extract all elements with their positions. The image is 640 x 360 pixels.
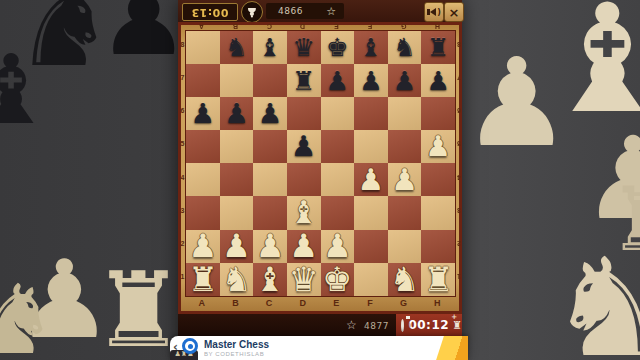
square-c1[interactable]: ♝ [253, 263, 287, 296]
piece-white-rook[interactable]: ♜ [188, 263, 218, 296]
square-f3[interactable] [354, 196, 388, 229]
piece-white-pawn[interactable]: ♟ [358, 165, 385, 195]
piece-black-pawn[interactable]: ♟ [393, 68, 416, 94]
square-f5[interactable] [354, 130, 388, 163]
square-b2[interactable]: ♟ [220, 230, 254, 263]
square-f8[interactable]: ♝ [354, 31, 388, 64]
player-timer-panel: 00:12 ♜ [396, 314, 462, 336]
rank-label-right: 2 [455, 240, 463, 247]
opponent-avatar: ♟ [241, 1, 263, 23]
square-g5[interactable] [388, 130, 422, 163]
rank-label-right: 7 [455, 74, 463, 81]
file-label-bottom: B [219, 298, 253, 310]
black-pawn-avatar-icon: ♟ [246, 5, 258, 20]
square-d3[interactable]: ♝ [287, 196, 321, 229]
game-title[interactable]: Master Chess [204, 339, 269, 350]
square-a3[interactable] [186, 196, 220, 229]
file-label-top: E [320, 23, 354, 31]
square-h5[interactable]: ♟ [421, 130, 455, 163]
opponent-timer: 00:13 [182, 3, 238, 21]
file-label-bottom: A [185, 298, 219, 310]
square-b5[interactable] [220, 130, 254, 163]
sound-button[interactable]: ) [424, 2, 444, 22]
square-b1[interactable]: ♞ [220, 263, 254, 296]
square-f1[interactable] [354, 263, 388, 296]
bg-black-pawn-icon: ♟ [98, 0, 189, 70]
rank-label-left: 8 [179, 41, 186, 48]
square-f2[interactable] [354, 230, 388, 263]
file-label-bottom: F [353, 298, 387, 310]
square-f6[interactable] [354, 97, 388, 130]
piece-white-pawn[interactable]: ♟ [222, 230, 251, 262]
square-h1[interactable]: ♜ [421, 263, 455, 296]
square-d7[interactable]: ♜ [287, 64, 321, 97]
square-h3[interactable] [421, 196, 455, 229]
square-g7[interactable]: ♟ [388, 64, 422, 97]
game-byline: BY CODETHISLAB [204, 351, 264, 357]
square-e8[interactable]: ♚ [321, 31, 355, 64]
piece-black-pawn[interactable]: ♟ [326, 68, 349, 94]
stopwatch-icon [401, 319, 404, 332]
square-g6[interactable] [388, 97, 422, 130]
star-icon: ☆ [346, 318, 357, 332]
square-e2[interactable]: ♟ [321, 230, 355, 263]
player-score-value: 4877 [364, 321, 389, 331]
square-c7[interactable] [253, 64, 287, 97]
square-e7[interactable]: ♟ [321, 64, 355, 97]
piece-black-pawn[interactable]: ♟ [258, 100, 283, 127]
file-label-bottom: G [387, 298, 421, 310]
square-c4[interactable] [253, 163, 287, 196]
file-label-top: A [185, 23, 219, 31]
piece-white-knight[interactable]: ♞ [390, 263, 420, 296]
piece-white-bishop[interactable]: ♝ [255, 263, 285, 296]
rank-label-right: 6 [455, 107, 463, 114]
promo-banner [436, 336, 468, 360]
rank-label-left: 2 [179, 240, 186, 247]
chess-board: ♞♝♛♚♝♞♜♜♟♟♟♟♟♟♟♟♟♟♟♝♟♟♟♟♟♜♞♝♛♚♞♜ [185, 30, 456, 297]
square-a4[interactable] [186, 163, 220, 196]
piece-black-pawn[interactable]: ♟ [426, 68, 449, 94]
piece-black-bishop[interactable]: ♝ [259, 35, 281, 60]
square-d8[interactable]: ♛ [287, 31, 321, 64]
piece-white-queen[interactable]: ♛ [289, 263, 319, 296]
piece-white-pawn[interactable]: ♟ [289, 230, 318, 262]
rank-label-left: 1 [179, 273, 186, 280]
close-icon: × [449, 5, 460, 20]
player-timer-value: 00:12 [408, 318, 449, 332]
site-logo-icon[interactable] [182, 338, 198, 354]
file-label-top: F [353, 23, 387, 31]
square-d6[interactable] [287, 97, 321, 130]
piece-white-rook[interactable]: ♜ [423, 263, 453, 296]
square-f7[interactable]: ♟ [354, 64, 388, 97]
bg-white-knight2-icon: ♞ [548, 240, 640, 360]
opponent-bar: 00:13 ♟ 4866 ☆ ) × [178, 0, 462, 22]
piece-black-pawn[interactable]: ♟ [224, 100, 249, 127]
square-g4[interactable]: ♟ [388, 163, 422, 196]
piece-black-knight[interactable]: ♞ [393, 35, 415, 60]
opponent-score-box: 4866 ☆ [266, 3, 344, 19]
rank-label-right: 4 [455, 174, 463, 181]
piece-black-knight[interactable]: ♞ [225, 35, 247, 60]
square-a5[interactable] [186, 130, 220, 163]
square-h8[interactable]: ♜ [421, 31, 455, 64]
opponent-timer-value: 00:13 [191, 6, 229, 19]
rank-label-left: 3 [179, 207, 186, 214]
rank-label-right: 8 [455, 41, 463, 48]
opponent-score-value: 4866 [278, 6, 303, 16]
screen: ♞♟♝♟♜♞♟♝♟♜♞ 00:13 ♟ 4866 ☆ ) × [0, 0, 640, 360]
square-c2[interactable]: ♟ [253, 230, 287, 263]
rank-label-right: 3 [455, 207, 463, 214]
square-b7[interactable] [220, 64, 254, 97]
square-b6[interactable]: ♟ [220, 97, 254, 130]
rank-label-left: 4 [179, 174, 186, 181]
game-info-card: ‹ ♟♜♟ Master Chess BY CODETHISLAB [170, 336, 468, 360]
speaker-icon: ) [427, 8, 441, 17]
square-a1[interactable]: ♜ [186, 263, 220, 296]
square-e1[interactable]: ♚ [321, 263, 355, 296]
close-button[interactable]: × [444, 2, 464, 22]
piece-black-bishop[interactable]: ♝ [360, 35, 382, 60]
piece-black-rook[interactable]: ♜ [292, 68, 315, 94]
file-label-top: H [420, 23, 454, 31]
piece-black-pawn[interactable]: ♟ [191, 100, 216, 127]
square-e4[interactable] [321, 163, 355, 196]
file-label-top: B [219, 23, 253, 31]
square-h2[interactable] [421, 230, 455, 263]
rank-label-right: 1 [455, 273, 463, 280]
file-label-bottom: E [320, 298, 354, 310]
rank-label-left: 5 [179, 140, 186, 147]
piece-white-pawn[interactable]: ♟ [323, 230, 352, 262]
square-h7[interactable]: ♟ [421, 64, 455, 97]
rank-label-right: 5 [455, 140, 463, 147]
piece-black-queen[interactable]: ♛ [292, 35, 314, 60]
piece-white-pawn[interactable]: ♟ [188, 230, 217, 262]
square-g1[interactable]: ♞ [388, 263, 422, 296]
square-a6[interactable]: ♟ [186, 97, 220, 130]
square-d2[interactable]: ♟ [287, 230, 321, 263]
square-g3[interactable] [388, 196, 422, 229]
piece-black-pawn[interactable]: ♟ [291, 132, 317, 161]
square-h4[interactable] [421, 163, 455, 196]
piece-white-bishop[interactable]: ♝ [290, 197, 318, 228]
bg-black-bishop-icon: ♝ [0, 42, 54, 138]
piece-white-pawn[interactable]: ♟ [425, 132, 451, 161]
square-d5[interactable]: ♟ [287, 130, 321, 163]
piece-black-rook[interactable]: ♜ [427, 35, 449, 60]
file-label-top: G [387, 23, 421, 31]
square-g8[interactable]: ♞ [388, 31, 422, 64]
piece-black-king[interactable]: ♚ [326, 35, 348, 60]
square-c8[interactable]: ♝ [253, 31, 287, 64]
square-a2[interactable]: ♟ [186, 230, 220, 263]
file-label-bottom: C [252, 298, 286, 310]
file-label-bottom: H [420, 298, 454, 310]
square-c6[interactable]: ♟ [253, 97, 287, 130]
piece-white-pawn[interactable]: ♟ [256, 230, 285, 262]
piece-white-king[interactable]: ♚ [322, 263, 352, 296]
rank-label-left: 7 [179, 74, 186, 81]
player-bar: ☆ 4877 00:12 ♜ [178, 314, 462, 336]
square-b3[interactable] [220, 196, 254, 229]
square-g2[interactable] [388, 230, 422, 263]
square-e6[interactable] [321, 97, 355, 130]
square-c5[interactable] [253, 130, 287, 163]
bg-white-knight-icon: ♞ [0, 272, 58, 360]
square-e5[interactable] [321, 130, 355, 163]
square-c3[interactable] [253, 196, 287, 229]
piece-plus-icon[interactable]: ♜ [452, 320, 462, 331]
file-label-top: C [252, 23, 286, 31]
square-d1[interactable]: ♛ [287, 263, 321, 296]
file-label-bottom: D [286, 298, 320, 310]
square-b8[interactable]: ♞ [220, 31, 254, 64]
board-frame: ♞♝♛♚♝♞♜♜♟♟♟♟♟♟♟♟♟♟♟♝♟♟♟♟♟♜♞♝♛♚♞♜ AABBCCD… [178, 22, 462, 314]
square-e3[interactable] [321, 196, 355, 229]
square-h6[interactable] [421, 97, 455, 130]
square-a8[interactable] [186, 31, 220, 64]
piece-black-pawn[interactable]: ♟ [359, 68, 382, 94]
square-d4[interactable] [287, 163, 321, 196]
square-a7[interactable] [186, 64, 220, 97]
rank-label-left: 6 [179, 107, 186, 114]
file-label-top: D [286, 23, 320, 31]
piece-white-knight[interactable]: ♞ [221, 263, 251, 296]
square-f4[interactable]: ♟ [354, 163, 388, 196]
star-icon: ☆ [326, 5, 336, 18]
piece-white-pawn[interactable]: ♟ [391, 165, 418, 195]
square-b4[interactable] [220, 163, 254, 196]
game-window: 00:13 ♟ 4866 ☆ ) × ♞♝♛♚♝♞♜♜♟♟♟♟♟♟♟♟♟♟♟♝♟… [178, 0, 462, 360]
